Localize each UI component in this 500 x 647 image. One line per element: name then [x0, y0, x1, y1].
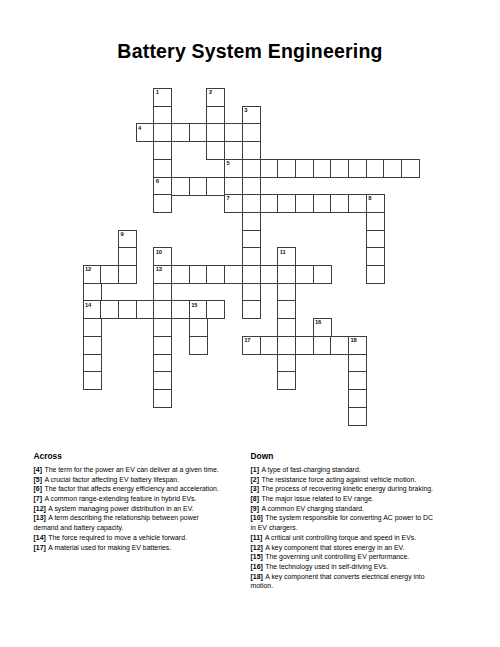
clue-label: [6] [34, 485, 42, 492]
cell-r4c10[interactable] [260, 159, 279, 178]
cell-r2c7[interactable] [206, 123, 225, 142]
cell-r3c4[interactable] [153, 141, 172, 160]
clue-text: The major issue related to EV range. [261, 495, 373, 502]
clue-label: [2] [251, 476, 259, 483]
crossword-page: Battery System Engineering 1234567891011… [0, 0, 500, 647]
cell-r12c6[interactable]: 15 [189, 300, 208, 319]
clue-across-13: [13]A term describing the relationship b… [34, 513, 248, 532]
cell-r10c8[interactable] [224, 265, 243, 284]
cell-r11c11[interactable] [277, 283, 296, 302]
clue-down-11: [11]A critical unit controlling torque a… [251, 533, 471, 543]
cell-r7c16[interactable] [366, 212, 385, 231]
cell-r14c0[interactable] [83, 336, 102, 355]
cell-r12c9[interactable] [242, 300, 261, 319]
clue-text: A critical unit controlling torque and s… [265, 534, 416, 541]
cell-r15c0[interactable] [83, 354, 102, 373]
cell-r17c15[interactable] [348, 389, 367, 408]
clue-down-10: [10]The system responsible for convertin… [251, 513, 471, 532]
cell-r5c6[interactable] [189, 177, 208, 196]
clue-label: [12] [34, 505, 46, 512]
cell-r14c11[interactable] [277, 336, 296, 355]
cell-r0c7[interactable]: 2 [206, 88, 225, 107]
cell-r6c4[interactable] [153, 194, 172, 213]
cell-r12c7[interactable] [206, 300, 225, 319]
cell-r5c7[interactable] [206, 177, 225, 196]
clue-across-14: [14]The force required to move a vehicle… [34, 533, 248, 543]
cell-r13c11[interactable] [277, 318, 296, 337]
cell-r4c9[interactable] [242, 159, 261, 178]
down-header: Down [251, 451, 471, 461]
cell-r16c0[interactable] [83, 371, 102, 390]
clue-label: [3] [251, 485, 259, 492]
clue-across-12: [12]A system managing power distribution… [34, 504, 248, 514]
cell-r10c13[interactable] [313, 265, 332, 284]
cell-r6c15[interactable] [348, 194, 367, 213]
cell-r10c12[interactable] [295, 265, 314, 284]
cell-r10c9[interactable] [242, 265, 261, 284]
clue-across-5: [5]A crucial factor affecting EV battery… [34, 475, 248, 485]
clue-label: [4] [34, 466, 42, 473]
clue-number-6: 6 [156, 178, 159, 184]
cell-r4c8[interactable]: 5 [224, 159, 243, 178]
cell-r6c11[interactable] [277, 194, 296, 213]
cell-r4c17[interactable] [383, 159, 402, 178]
clue-text: A material used for making EV batteries. [48, 544, 171, 551]
cell-r9c16[interactable] [366, 247, 385, 266]
cell-r10c6[interactable] [189, 265, 208, 284]
cell-r6c10[interactable] [260, 194, 279, 213]
clue-text: A system managing power distribution in … [48, 505, 193, 512]
cell-r13c4[interactable] [153, 318, 172, 337]
across-clues-section: Across [4]The term for the power an EV c… [34, 451, 248, 552]
cell-r1c4[interactable] [153, 106, 172, 125]
clue-text: A key component that converts electrical… [251, 573, 425, 590]
clue-number-1: 1 [156, 89, 159, 95]
cell-r6c14[interactable] [330, 194, 349, 213]
cell-r4c16[interactable] [366, 159, 385, 178]
clue-label: [14] [34, 534, 46, 541]
cell-r6c12[interactable] [295, 194, 314, 213]
clue-text: The factor that affects energy efficienc… [44, 485, 218, 492]
cell-r11c0[interactable] [83, 283, 102, 302]
cell-r10c16[interactable] [366, 265, 385, 284]
clue-number-7: 7 [227, 195, 230, 201]
cell-r4c18[interactable] [401, 159, 420, 178]
clue-across-6: [6]The factor that affects energy effici… [34, 484, 248, 494]
cell-r14c9[interactable]: 17 [242, 336, 261, 355]
cell-r5c9[interactable] [242, 177, 261, 196]
clue-label: [1] [251, 466, 259, 473]
cell-r10c0[interactable]: 12 [83, 265, 102, 284]
cell-r17c4[interactable] [153, 389, 172, 408]
clue-label: [10] [251, 514, 263, 521]
cell-r5c5[interactable] [171, 177, 190, 196]
cell-r1c9[interactable]: 3 [242, 106, 261, 125]
cell-r4c13[interactable] [313, 159, 332, 178]
cell-r12c5[interactable] [171, 300, 190, 319]
cell-r15c15[interactable] [348, 354, 367, 373]
clue-number-15: 15 [191, 302, 197, 308]
cell-r1c7[interactable] [206, 106, 225, 125]
cell-r9c9[interactable] [242, 247, 261, 266]
cell-r10c7[interactable] [206, 265, 225, 284]
clue-down-1: [1]A type of fast-charging standard. [251, 465, 471, 475]
clue-text: A common EV charging standard. [261, 505, 364, 512]
clue-number-14: 14 [85, 302, 91, 308]
clue-label: [11] [251, 534, 263, 541]
cell-r14c15[interactable]: 18 [348, 336, 367, 355]
cell-r8c16[interactable] [366, 230, 385, 249]
cell-r5c8[interactable] [224, 177, 243, 196]
clue-number-3: 3 [244, 107, 247, 113]
cell-r4c11[interactable] [277, 159, 296, 178]
cell-r9c11[interactable]: 11 [277, 247, 296, 266]
clue-label: [8] [251, 495, 259, 502]
cell-r12c1[interactable] [100, 300, 119, 319]
cell-r14c4[interactable] [153, 336, 172, 355]
crossword-grid: 123456789101112131415161718 [83, 88, 423, 428]
clue-text: The force required to move a vehicle for… [48, 534, 187, 541]
cell-r13c0[interactable] [83, 318, 102, 337]
cell-r6c9[interactable] [242, 194, 261, 213]
clue-number-2: 2 [209, 89, 212, 95]
cell-r11c9[interactable] [242, 283, 261, 302]
cell-r6c16[interactable]: 8 [366, 194, 385, 213]
clue-label: [18] [251, 573, 263, 580]
cell-r15c11[interactable] [277, 354, 296, 373]
clue-number-13: 13 [156, 266, 162, 272]
clue-number-12: 12 [85, 266, 91, 272]
clue-down-18: [18]A key component that converts electr… [251, 572, 471, 591]
cell-r14c10[interactable] [260, 336, 279, 355]
cell-r10c5[interactable] [171, 265, 190, 284]
clue-down-15: [15]The governing unit controlling EV pe… [251, 552, 471, 562]
cell-r10c1[interactable] [100, 265, 119, 284]
clue-label: [7] [34, 495, 42, 502]
clue-text: The resistance force acting against vehi… [261, 476, 416, 483]
clue-text: A crucial factor affecting EV battery li… [44, 476, 179, 483]
cell-r9c4[interactable]: 10 [153, 247, 172, 266]
clue-text: A type of fast-charging standard. [261, 466, 360, 473]
cell-r2c4[interactable] [153, 123, 172, 142]
cell-r18c15[interactable] [348, 407, 367, 426]
clue-label: [5] [34, 476, 42, 483]
cell-r14c12[interactable] [295, 336, 314, 355]
cell-r8c2[interactable]: 9 [118, 230, 137, 249]
cell-r11c4[interactable] [153, 283, 172, 302]
clue-down-12: [12]A key component that stores energy i… [251, 543, 471, 553]
cell-r16c4[interactable] [153, 371, 172, 390]
cell-r2c9[interactable] [242, 123, 261, 142]
clue-down-16: [16]The technology used in self-driving … [251, 562, 471, 572]
cell-r6c13[interactable] [313, 194, 332, 213]
clue-number-10: 10 [156, 249, 162, 255]
clue-text: The system responsible for converting AC… [251, 514, 434, 531]
clue-label: [12] [251, 544, 263, 551]
clue-text: The process of recovering kinetic energy… [261, 485, 433, 492]
clue-label: [17] [34, 544, 46, 551]
cell-r14c13[interactable] [313, 336, 332, 355]
clue-text: A key component that stores energy in an… [265, 544, 404, 551]
cell-r2c5[interactable] [171, 123, 190, 142]
clue-down-3: [3]The process of recovering kinetic ene… [251, 484, 471, 494]
cell-r13c6[interactable] [189, 318, 208, 337]
across-header: Across [34, 451, 248, 461]
clue-number-9: 9 [120, 231, 123, 237]
cell-r12c2[interactable] [118, 300, 137, 319]
cell-r5c4[interactable]: 6 [153, 177, 172, 196]
cell-r14c14[interactable] [330, 336, 349, 355]
clue-label: [16] [251, 563, 263, 570]
clue-text: A common range-extending feature in hybr… [44, 495, 196, 502]
cell-r10c4[interactable]: 13 [153, 265, 172, 284]
clue-text: The term for the power an EV can deliver… [44, 466, 218, 473]
cell-r4c15[interactable] [348, 159, 367, 178]
clue-number-17: 17 [244, 337, 250, 343]
cell-r16c15[interactable] [348, 371, 367, 390]
clue-number-4: 4 [138, 125, 141, 131]
cell-r10c10[interactable] [260, 265, 279, 284]
page-title: Battery System Engineering [0, 40, 500, 63]
clue-number-11: 11 [280, 249, 286, 255]
clue-text: A term describing the relationship betwe… [34, 514, 199, 531]
cell-r4c14[interactable] [330, 159, 349, 178]
clue-across-7: [7]A common range-extending feature in h… [34, 494, 248, 504]
cell-r10c2[interactable] [118, 265, 137, 284]
clue-label: [9] [251, 505, 259, 512]
across-clues-list: [4]The term for the power an EV can deli… [34, 465, 248, 552]
cell-r3c7[interactable] [206, 141, 225, 160]
cell-r2c3[interactable]: 4 [136, 123, 155, 142]
cell-r10c11[interactable] [277, 265, 296, 284]
clue-across-17: [17]A material used for making EV batter… [34, 543, 248, 553]
cell-r3c9[interactable] [242, 141, 261, 160]
down-clues-list: [1]A type of fast-charging standard.[2]T… [251, 465, 471, 591]
cell-r15c4[interactable] [153, 354, 172, 373]
clue-text: The governing unit controlling EV perfor… [265, 553, 409, 560]
cell-r4c12[interactable] [295, 159, 314, 178]
clue-down-8: [8]The major issue related to EV range. [251, 494, 471, 504]
cell-r14c6[interactable] [189, 336, 208, 355]
clue-label: [13] [34, 514, 46, 521]
clue-number-18: 18 [351, 337, 357, 343]
down-clues-section: Down [1]A type of fast-charging standard… [251, 451, 471, 591]
cell-r16c11[interactable] [277, 371, 296, 390]
cell-r6c8[interactable]: 7 [224, 194, 243, 213]
cell-r9c2[interactable] [118, 247, 137, 266]
cell-r4c4[interactable] [153, 159, 172, 178]
cell-r12c0[interactable]: 14 [83, 300, 102, 319]
clue-text: The technology used in self-driving EVs. [265, 563, 388, 570]
cell-r12c3[interactable] [136, 300, 155, 319]
clue-number-16: 16 [315, 319, 321, 325]
cell-r12c4[interactable] [153, 300, 172, 319]
clue-down-9: [9]A common EV charging standard. [251, 504, 471, 514]
cell-r7c9[interactable] [242, 212, 261, 231]
cell-r0c4[interactable]: 1 [153, 88, 172, 107]
clue-across-4: [4]The term for the power an EV can deli… [34, 465, 248, 475]
clue-label: [15] [251, 553, 263, 560]
cell-r13c13[interactable]: 16 [313, 318, 332, 337]
clue-number-5: 5 [227, 160, 230, 166]
clue-down-2: [2]The resistance force acting against v… [251, 475, 471, 485]
cell-r2c6[interactable] [189, 123, 208, 142]
clue-number-8: 8 [368, 195, 371, 201]
cell-r8c9[interactable] [242, 230, 261, 249]
cell-r2c8[interactable] [224, 123, 243, 142]
cell-r12c11[interactable] [277, 300, 296, 319]
